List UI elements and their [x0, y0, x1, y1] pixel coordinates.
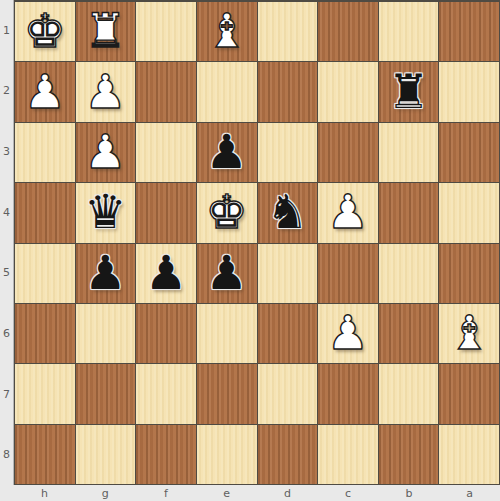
square-c7[interactable]: [318, 364, 378, 423]
square-d3[interactable]: [258, 123, 318, 182]
square-f8[interactable]: [136, 425, 196, 484]
square-b4[interactable]: [379, 183, 439, 242]
square-d5[interactable]: [258, 244, 318, 303]
square-c6[interactable]: ♟: [318, 304, 378, 363]
square-b1[interactable]: [379, 2, 439, 61]
piece-white-pawn[interactable]: ♟: [84, 128, 126, 175]
square-f3[interactable]: [136, 123, 196, 182]
rank-label-4: 4: [0, 182, 13, 243]
chess-diagram: 12345678 ♚♜♝♟♟♜♟♟♛♚♞♟♟♟♟♟♝ hgfedcba: [0, 0, 500, 501]
square-a4[interactable]: [439, 183, 499, 242]
square-c3[interactable]: [318, 123, 378, 182]
file-label-c: c: [318, 485, 379, 501]
file-label-a: a: [439, 485, 500, 501]
piece-white-bishop[interactable]: ♝: [206, 7, 248, 54]
square-d4[interactable]: ♞: [258, 183, 318, 242]
piece-white-rook[interactable]: ♜: [84, 7, 126, 54]
square-a1[interactable]: [439, 2, 499, 61]
square-e1[interactable]: ♝: [197, 2, 257, 61]
square-e4[interactable]: ♚: [197, 183, 257, 242]
square-g4[interactable]: ♛: [76, 183, 136, 242]
chess-board: ♚♜♝♟♟♜♟♟♛♚♞♟♟♟♟♟♝: [14, 0, 500, 485]
square-c5[interactable]: [318, 244, 378, 303]
piece-white-pawn[interactable]: ♟: [327, 309, 369, 356]
square-d2[interactable]: [258, 62, 318, 121]
square-e5[interactable]: ♟: [197, 244, 257, 303]
square-h3[interactable]: [15, 123, 75, 182]
square-e7[interactable]: [197, 364, 257, 423]
rank-label-7: 7: [0, 364, 13, 425]
piece-black-pawn[interactable]: ♟: [206, 128, 248, 175]
square-h7[interactable]: [15, 364, 75, 423]
square-h2[interactable]: ♟: [15, 62, 75, 121]
piece-white-pawn[interactable]: ♟: [84, 68, 126, 115]
square-b7[interactable]: [379, 364, 439, 423]
square-e3[interactable]: ♟: [197, 123, 257, 182]
square-c4[interactable]: ♟: [318, 183, 378, 242]
square-h5[interactable]: [15, 244, 75, 303]
piece-black-queen[interactable]: ♛: [84, 188, 126, 235]
square-c8[interactable]: [318, 425, 378, 484]
square-b6[interactable]: [379, 304, 439, 363]
square-e2[interactable]: [197, 62, 257, 121]
square-a6[interactable]: ♝: [439, 304, 499, 363]
square-g5[interactable]: ♟: [76, 244, 136, 303]
piece-white-king[interactable]: ♚: [206, 188, 248, 235]
piece-white-pawn[interactable]: ♟: [327, 188, 369, 235]
square-b2[interactable]: ♜: [379, 62, 439, 121]
piece-black-knight[interactable]: ♞: [266, 188, 308, 235]
rank-label-8: 8: [0, 424, 13, 485]
square-g6[interactable]: [76, 304, 136, 363]
square-a7[interactable]: [439, 364, 499, 423]
square-g2[interactable]: ♟: [76, 62, 136, 121]
square-h6[interactable]: [15, 304, 75, 363]
square-b3[interactable]: [379, 123, 439, 182]
square-d6[interactable]: [258, 304, 318, 363]
piece-black-pawn[interactable]: ♟: [84, 249, 126, 296]
square-e6[interactable]: [197, 304, 257, 363]
rank-label-1: 1: [0, 0, 13, 61]
file-label-d: d: [257, 485, 318, 501]
rank-label-6: 6: [0, 303, 13, 364]
piece-white-king[interactable]: ♚: [24, 7, 66, 54]
square-f6[interactable]: [136, 304, 196, 363]
square-a3[interactable]: [439, 123, 499, 182]
square-d1[interactable]: [258, 2, 318, 61]
square-g1[interactable]: ♜: [76, 2, 136, 61]
square-h4[interactable]: [15, 183, 75, 242]
file-label-f: f: [136, 485, 197, 501]
piece-white-pawn[interactable]: ♟: [24, 68, 66, 115]
square-a5[interactable]: [439, 244, 499, 303]
square-g3[interactable]: ♟: [76, 123, 136, 182]
square-f4[interactable]: [136, 183, 196, 242]
square-d8[interactable]: [258, 425, 318, 484]
square-b5[interactable]: [379, 244, 439, 303]
piece-black-rook[interactable]: ♜: [387, 68, 429, 115]
piece-black-pawn[interactable]: ♟: [206, 249, 248, 296]
square-c1[interactable]: [318, 2, 378, 61]
file-label-g: g: [75, 485, 136, 501]
file-label-e: e: [196, 485, 257, 501]
corner-spacer: [0, 485, 14, 501]
square-a8[interactable]: [439, 425, 499, 484]
square-g7[interactable]: [76, 364, 136, 423]
square-f5[interactable]: ♟: [136, 244, 196, 303]
square-b8[interactable]: [379, 425, 439, 484]
square-f1[interactable]: [136, 2, 196, 61]
square-a2[interactable]: [439, 62, 499, 121]
rank-label-5: 5: [0, 243, 13, 304]
piece-white-bishop[interactable]: ♝: [448, 309, 490, 356]
file-labels: hgfedcba: [14, 485, 500, 501]
rank-label-3: 3: [0, 121, 13, 182]
square-e8[interactable]: [197, 425, 257, 484]
rank-label-2: 2: [0, 61, 13, 122]
square-f2[interactable]: [136, 62, 196, 121]
square-g8[interactable]: [76, 425, 136, 484]
file-label-h: h: [14, 485, 75, 501]
square-h8[interactable]: [15, 425, 75, 484]
file-label-b: b: [379, 485, 440, 501]
rank-labels: 12345678: [0, 0, 14, 485]
square-d7[interactable]: [258, 364, 318, 423]
square-f7[interactable]: [136, 364, 196, 423]
square-c2[interactable]: [318, 62, 378, 121]
piece-black-pawn[interactable]: ♟: [145, 249, 187, 296]
square-h1[interactable]: ♚: [15, 2, 75, 61]
